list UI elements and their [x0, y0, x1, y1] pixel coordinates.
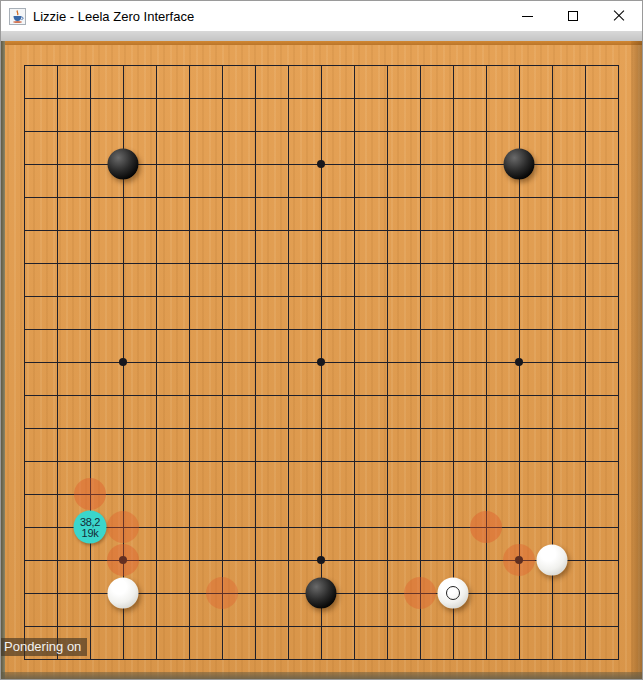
- window-band: [1, 31, 642, 41]
- heatmap-circle[interactable]: [74, 478, 106, 510]
- maximize-button[interactable]: [550, 1, 596, 31]
- black-stone: [108, 149, 139, 180]
- star-point: [317, 358, 325, 366]
- heatmap-circle[interactable]: [503, 544, 535, 576]
- best-move-suggestion[interactable]: 38,2 19k: [74, 511, 107, 544]
- star-point: [317, 160, 325, 168]
- last-move-marker: [446, 586, 460, 600]
- black-stone: [504, 149, 535, 180]
- white-stone: [537, 545, 568, 576]
- heatmap-circle[interactable]: [107, 544, 139, 576]
- best-move-winrate: 38,2: [80, 517, 100, 528]
- star-point: [119, 358, 127, 366]
- java-coffee-icon: [9, 8, 26, 25]
- maximize-icon: [568, 11, 578, 21]
- heatmap-circle[interactable]: [107, 511, 139, 543]
- title-bar[interactable]: Lizzie - Leela Zero Interface: [1, 1, 642, 31]
- heatmap-circle[interactable]: [470, 511, 502, 543]
- board-overlay: 38,2 19k: [1, 41, 643, 680]
- app-window: Lizzie - Leela Zero Interface 38,2 19k P…: [0, 0, 643, 680]
- black-stone: [306, 578, 337, 609]
- window-controls: [504, 1, 642, 31]
- best-move-visits: 19k: [82, 527, 99, 538]
- status-pondering: Pondering on: [1, 638, 87, 656]
- white-stone: [108, 578, 139, 609]
- minimize-button[interactable]: [504, 1, 550, 31]
- star-point: [515, 358, 523, 366]
- close-button[interactable]: [596, 1, 642, 31]
- go-board[interactable]: 38,2 19k Pondering on: [1, 41, 643, 680]
- close-icon: [613, 10, 625, 22]
- heatmap-circle[interactable]: [404, 577, 436, 609]
- star-point: [317, 556, 325, 564]
- window-title: Lizzie - Leela Zero Interface: [33, 9, 194, 24]
- heatmap-circle[interactable]: [206, 577, 238, 609]
- minimize-icon: [522, 16, 533, 17]
